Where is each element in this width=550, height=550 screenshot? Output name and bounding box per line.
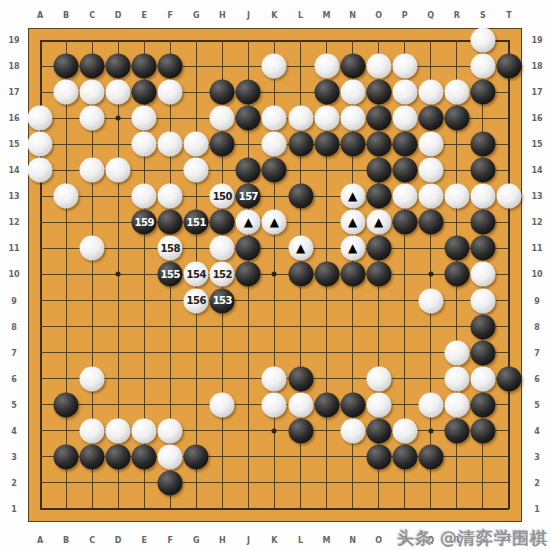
- row-label-right-8: 8: [534, 322, 540, 331]
- star-point: [116, 116, 121, 121]
- stone-white-D14: [106, 158, 131, 183]
- row-label-right-17: 17: [531, 88, 542, 97]
- row-label-right-10: 10: [531, 270, 542, 279]
- stone-white-O6: [366, 366, 391, 391]
- stone-black-T18: [496, 54, 521, 79]
- stone-black-T6: [496, 366, 521, 391]
- stone-white-F11: 158: [158, 236, 183, 261]
- column-label-top-O: O: [375, 11, 382, 20]
- stone-white-J12: ▲: [236, 210, 261, 235]
- stone-black-B18: [54, 54, 79, 79]
- row-label-right-16: 16: [531, 114, 542, 123]
- stone-black-C18: [80, 54, 105, 79]
- column-label-bottom-L: L: [298, 536, 303, 545]
- stone-black-E18: [132, 54, 157, 79]
- stone-black-M17: [314, 80, 339, 105]
- triangle-mark-icon: ▲: [374, 216, 383, 228]
- stone-white-Q17: [418, 80, 443, 105]
- stone-white-K5: [262, 392, 287, 417]
- grid-line-horizontal: [40, 482, 510, 483]
- stone-white-S6: [470, 366, 495, 391]
- stone-black-J13: 157: [236, 184, 261, 209]
- stone-white-O18: [366, 54, 391, 79]
- stone-black-H17: [210, 80, 235, 105]
- column-label-bottom-H: H: [219, 536, 226, 545]
- stone-white-P17: [392, 80, 417, 105]
- row-label-right-14: 14: [531, 166, 542, 175]
- stone-black-P14: [392, 158, 417, 183]
- column-label-top-A: A: [37, 11, 43, 20]
- grid-line-vertical: [508, 40, 510, 510]
- stone-white-Q14: [418, 158, 443, 183]
- stone-white-Q9: [418, 288, 443, 313]
- star-point: [428, 428, 433, 433]
- row-label-right-1: 1: [534, 504, 540, 513]
- column-label-top-F: F: [168, 11, 173, 20]
- stone-black-G3: [184, 444, 209, 469]
- stone-white-G15: [184, 132, 209, 157]
- stone-white-L5: [288, 392, 313, 417]
- stone-black-Q12: [418, 210, 443, 235]
- stone-black-S5: [470, 392, 495, 417]
- stone-black-D18: [106, 54, 131, 79]
- stone-white-P18: [392, 54, 417, 79]
- stone-black-F2: [158, 470, 183, 495]
- column-label-top-T: T: [506, 11, 511, 20]
- stone-white-E4: [132, 418, 157, 443]
- stone-black-D3: [106, 444, 131, 469]
- column-label-bottom-D: D: [115, 536, 122, 545]
- stone-black-F12: [158, 210, 183, 235]
- row-label-left-6: 6: [11, 374, 17, 383]
- grid-line-horizontal: [40, 352, 510, 353]
- stone-black-J10: [236, 262, 261, 287]
- stone-white-B17: [54, 80, 79, 105]
- row-label-right-19: 19: [531, 36, 542, 45]
- column-label-top-Q: Q: [427, 11, 434, 20]
- row-label-left-3: 3: [11, 452, 17, 461]
- star-point: [272, 272, 277, 277]
- column-label-top-B: B: [63, 11, 69, 20]
- stone-black-J16: [236, 106, 261, 131]
- move-number-154: 154: [187, 269, 206, 279]
- column-label-top-S: S: [480, 11, 486, 20]
- stone-black-O14: [366, 158, 391, 183]
- stone-white-E16: [132, 106, 157, 131]
- column-label-top-R: R: [454, 11, 460, 20]
- stone-black-F10: 155: [158, 262, 183, 287]
- stone-black-L6: [288, 366, 313, 391]
- stone-black-M5: [314, 392, 339, 417]
- row-label-left-18: 18: [8, 62, 19, 71]
- move-number-159: 159: [135, 217, 154, 227]
- stone-black-H9: 153: [210, 288, 235, 313]
- row-label-right-7: 7: [534, 348, 540, 357]
- stone-black-S4: [470, 418, 495, 443]
- row-label-left-8: 8: [11, 322, 17, 331]
- row-label-right-18: 18: [531, 62, 542, 71]
- grid-line-horizontal: [40, 508, 510, 510]
- stone-white-H5: [210, 392, 235, 417]
- stone-white-F17: [158, 80, 183, 105]
- stone-black-P12: [392, 210, 417, 235]
- stone-white-B13: [54, 184, 79, 209]
- stone-black-O16: [366, 106, 391, 131]
- row-label-left-14: 14: [8, 166, 19, 175]
- stone-white-K16: [262, 106, 287, 131]
- column-label-bottom-N: N: [349, 536, 356, 545]
- triangle-mark-icon: ▲: [270, 216, 279, 228]
- row-label-left-11: 11: [8, 244, 19, 253]
- stone-black-H12: [210, 210, 235, 235]
- stone-white-Q13: [418, 184, 443, 209]
- stone-white-F15: [158, 132, 183, 157]
- stone-white-F3: [158, 444, 183, 469]
- stone-white-N17: [340, 80, 365, 105]
- row-label-left-10: 10: [8, 270, 19, 279]
- stone-white-N16: [340, 106, 365, 131]
- row-label-left-16: 16: [8, 114, 19, 123]
- column-label-bottom-A: A: [37, 536, 43, 545]
- stone-white-F13: [158, 184, 183, 209]
- stone-black-Q3: [418, 444, 443, 469]
- stone-white-M16: [314, 106, 339, 131]
- row-label-right-3: 3: [534, 452, 540, 461]
- column-label-bottom-F: F: [168, 536, 173, 545]
- stone-white-P4: [392, 418, 417, 443]
- stone-white-H16: [210, 106, 235, 131]
- stone-black-G12: 151: [184, 210, 209, 235]
- stone-black-S15: [470, 132, 495, 157]
- row-label-left-5: 5: [11, 400, 17, 409]
- stone-white-F4: [158, 418, 183, 443]
- stone-black-N5: [340, 392, 365, 417]
- move-number-157: 157: [239, 191, 258, 201]
- stone-black-S7: [470, 340, 495, 365]
- column-label-bottom-K: K: [271, 536, 277, 545]
- go-diagram-page: 150157▲159151▲▲▲▲158▲▲155154152156153AAB…: [0, 0, 550, 550]
- stone-black-N10: [340, 262, 365, 287]
- stone-black-P15: [392, 132, 417, 157]
- row-label-left-9: 9: [11, 296, 17, 305]
- stone-black-R16: [444, 106, 469, 131]
- stone-white-G9: 156: [184, 288, 209, 313]
- move-number-150: 150: [213, 191, 232, 201]
- column-label-top-D: D: [115, 11, 122, 20]
- stone-white-K6: [262, 366, 287, 391]
- stone-white-R6: [444, 366, 469, 391]
- stone-white-P16: [392, 106, 417, 131]
- stone-black-O3: [366, 444, 391, 469]
- stone-white-T13: [496, 184, 521, 209]
- stone-white-Q5: [418, 392, 443, 417]
- stone-black-P3: [392, 444, 417, 469]
- row-label-right-6: 6: [534, 374, 540, 383]
- row-label-right-15: 15: [531, 140, 542, 149]
- star-point: [272, 428, 277, 433]
- row-label-left-7: 7: [11, 348, 17, 357]
- stone-white-O5: [366, 392, 391, 417]
- column-label-bottom-M: M: [323, 536, 331, 545]
- stone-black-O13: [366, 184, 391, 209]
- stone-white-M18: [314, 54, 339, 79]
- star-point: [428, 272, 433, 277]
- stone-white-E13: [132, 184, 157, 209]
- stone-black-O10: [366, 262, 391, 287]
- stone-white-D4: [106, 418, 131, 443]
- star-point: [116, 272, 121, 277]
- stone-black-L15: [288, 132, 313, 157]
- stone-black-R11: [444, 236, 469, 261]
- stone-white-G14: [184, 158, 209, 183]
- column-label-bottom-G: G: [193, 536, 200, 545]
- row-label-left-15: 15: [8, 140, 19, 149]
- stone-black-E17: [132, 80, 157, 105]
- column-label-top-M: M: [323, 11, 331, 20]
- stone-white-L11: ▲: [288, 236, 313, 261]
- column-label-top-J: J: [247, 11, 250, 20]
- stone-white-K18: [262, 54, 287, 79]
- row-label-left-4: 4: [11, 426, 17, 435]
- stone-black-F18: [158, 54, 183, 79]
- stone-white-C16: [80, 106, 105, 131]
- stone-black-E3: [132, 444, 157, 469]
- stone-black-L10: [288, 262, 313, 287]
- stone-black-S11: [470, 236, 495, 261]
- stone-white-H13: 150: [210, 184, 235, 209]
- stone-white-L16: [288, 106, 313, 131]
- triangle-mark-icon: ▲: [296, 242, 305, 254]
- stone-black-N18: [340, 54, 365, 79]
- triangle-mark-icon: ▲: [348, 242, 357, 254]
- stone-black-L4: [288, 418, 313, 443]
- stone-white-R17: [444, 80, 469, 105]
- stone-white-R5: [444, 392, 469, 417]
- row-label-right-4: 4: [534, 426, 540, 435]
- stone-white-O12: ▲: [366, 210, 391, 235]
- stone-white-S9: [470, 288, 495, 313]
- column-label-bottom-J: J: [247, 536, 250, 545]
- stone-black-M15: [314, 132, 339, 157]
- stone-black-N15: [340, 132, 365, 157]
- stone-black-S12: [470, 210, 495, 235]
- stone-white-H10: 152: [210, 262, 235, 287]
- move-number-151: 151: [187, 217, 206, 227]
- stone-black-M10: [314, 262, 339, 287]
- stone-black-J17: [236, 80, 261, 105]
- stone-white-N12: ▲: [340, 210, 365, 235]
- row-label-left-1: 1: [11, 504, 17, 513]
- stone-black-L13: [288, 184, 313, 209]
- stone-white-K12: ▲: [262, 210, 287, 235]
- stone-white-N11: ▲: [340, 236, 365, 261]
- stone-white-G10: 154: [184, 262, 209, 287]
- stone-black-K14: [262, 158, 287, 183]
- column-label-bottom-O: O: [375, 536, 382, 545]
- row-label-left-13: 13: [8, 192, 19, 201]
- stone-white-N13: ▲: [340, 184, 365, 209]
- column-label-top-C: C: [89, 11, 95, 20]
- stone-black-H15: [210, 132, 235, 157]
- stone-black-O15: [366, 132, 391, 157]
- stone-black-Q16: [418, 106, 443, 131]
- triangle-mark-icon: ▲: [244, 216, 253, 228]
- stone-white-P13: [392, 184, 417, 209]
- row-label-right-13: 13: [531, 192, 542, 201]
- stone-black-R4: [444, 418, 469, 443]
- stone-white-S10: [470, 262, 495, 287]
- stone-white-C4: [80, 418, 105, 443]
- stone-white-R13: [444, 184, 469, 209]
- move-number-156: 156: [187, 296, 206, 306]
- stone-black-B5: [54, 392, 79, 417]
- stone-white-C11: [80, 236, 105, 261]
- move-number-153: 153: [213, 296, 232, 306]
- column-label-top-K: K: [271, 11, 277, 20]
- row-label-right-12: 12: [531, 218, 542, 227]
- stone-black-E12: 159: [132, 210, 157, 235]
- stone-black-O4: [366, 418, 391, 443]
- row-label-right-2: 2: [534, 478, 540, 487]
- grid-line-horizontal: [40, 326, 510, 327]
- move-number-155: 155: [161, 269, 180, 279]
- row-label-right-5: 5: [534, 400, 540, 409]
- column-label-bottom-B: B: [63, 536, 69, 545]
- stone-white-D17: [106, 80, 131, 105]
- stone-white-A15: [28, 132, 53, 157]
- stone-white-A16: [28, 106, 53, 131]
- stone-white-C14: [80, 158, 105, 183]
- stone-white-N4: [340, 418, 365, 443]
- stone-black-J14: [236, 158, 261, 183]
- stone-black-J11: [236, 236, 261, 261]
- column-label-top-N: N: [349, 11, 356, 20]
- stone-black-B3: [54, 444, 79, 469]
- move-number-158: 158: [161, 243, 180, 253]
- column-label-top-G: G: [193, 11, 200, 20]
- watermark-text: 头条 @清弈学围棋: [397, 527, 548, 550]
- stone-white-Q15: [418, 132, 443, 157]
- stone-black-O11: [366, 236, 391, 261]
- row-label-left-2: 2: [11, 478, 17, 487]
- column-label-top-L: L: [298, 11, 303, 20]
- row-label-left-17: 17: [8, 88, 19, 97]
- stone-black-S14: [470, 158, 495, 183]
- triangle-mark-icon: ▲: [348, 190, 357, 202]
- stone-white-S13: [470, 184, 495, 209]
- row-label-right-9: 9: [534, 296, 540, 305]
- stone-black-O17: [366, 80, 391, 105]
- column-label-top-H: H: [219, 11, 226, 20]
- stone-white-S19: [470, 28, 495, 53]
- stone-white-E15: [132, 132, 157, 157]
- row-label-left-12: 12: [8, 218, 19, 227]
- column-label-top-E: E: [141, 11, 146, 20]
- stone-white-S18: [470, 54, 495, 79]
- stone-black-S8: [470, 314, 495, 339]
- stone-white-C6: [80, 366, 105, 391]
- stone-black-S17: [470, 80, 495, 105]
- stone-white-H11: [210, 236, 235, 261]
- row-label-right-11: 11: [531, 244, 542, 253]
- stone-white-K15: [262, 132, 287, 157]
- move-number-152: 152: [213, 269, 232, 279]
- triangle-mark-icon: ▲: [348, 216, 357, 228]
- stone-white-R7: [444, 340, 469, 365]
- column-label-top-P: P: [402, 11, 408, 20]
- stone-white-C17: [80, 80, 105, 105]
- stone-black-R10: [444, 262, 469, 287]
- column-label-bottom-E: E: [141, 536, 146, 545]
- column-label-bottom-C: C: [89, 536, 95, 545]
- stone-white-A14: [28, 158, 53, 183]
- stone-black-C3: [80, 444, 105, 469]
- row-label-left-19: 19: [8, 36, 19, 45]
